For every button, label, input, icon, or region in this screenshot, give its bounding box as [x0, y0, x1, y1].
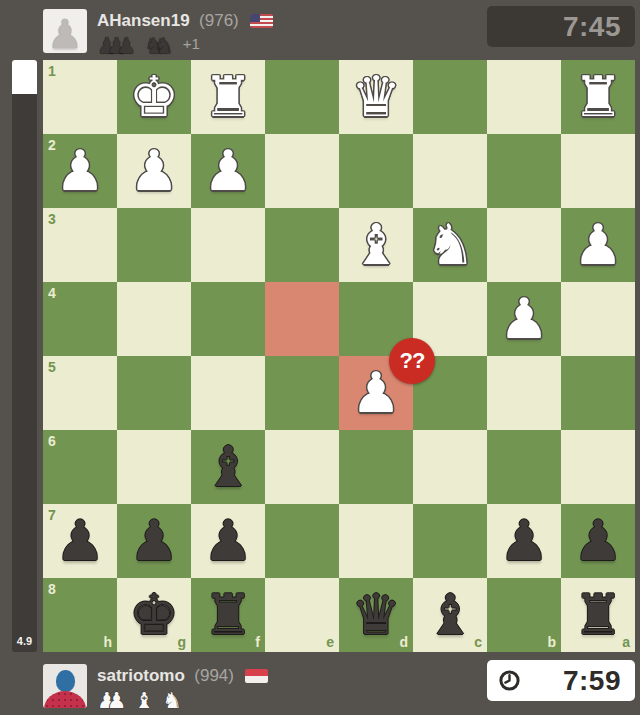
rank-label-7: 7	[48, 507, 56, 523]
rank-label-3: 3	[48, 211, 56, 227]
black-pawn-f7[interactable]: ♟	[191, 504, 265, 578]
captured-knight-group: ♞	[162, 689, 182, 713]
square-e1[interactable]	[265, 60, 339, 134]
black-pawn-g7[interactable]: ♟	[117, 504, 191, 578]
bottom-player-bar: satriotomo (994) ♟♟♝♞ 7:59	[0, 658, 640, 715]
top-player-info: AHansen19 (976) ♟♟♟♞♞+1	[97, 10, 273, 60]
square-h5[interactable]: 5	[43, 356, 117, 430]
square-g4[interactable]	[117, 282, 191, 356]
bottom-player-avatar[interactable]	[43, 664, 87, 708]
square-f7[interactable]: ♟	[191, 504, 265, 578]
square-e3[interactable]	[265, 208, 339, 282]
square-g2[interactable]: ♟	[117, 134, 191, 208]
top-player-avatar[interactable]: ♟	[43, 9, 87, 53]
square-c1[interactable]	[413, 60, 487, 134]
bottom-captured-pieces: ♟♟♝♞	[97, 689, 268, 715]
square-c2[interactable]	[413, 134, 487, 208]
square-f6[interactable]: ♝	[191, 430, 265, 504]
chess-board: 1♚♜♛♜2♟♟♟3♝♞♟4♟5♟6♝7♟♟♟♟♟8hg♚f♜ed♛c♝ba♜?…	[43, 60, 635, 652]
square-b8[interactable]: b	[487, 578, 561, 652]
top-player-bar: ♟ AHansen19 (976) ♟♟♟♞♞+1 7:45	[0, 0, 640, 60]
square-a2[interactable]	[561, 134, 635, 208]
square-f4[interactable]	[191, 282, 265, 356]
captured-knight-icon: ♞	[162, 689, 182, 713]
captured-pawn-group: ♟♟♟	[97, 34, 136, 58]
square-b5[interactable]	[487, 356, 561, 430]
square-h2[interactable]: 2♟	[43, 134, 117, 208]
captured-pawn-icon: ♟	[116, 34, 136, 58]
file-label-c: c	[474, 634, 482, 650]
square-h1[interactable]: 1	[43, 60, 117, 134]
pawn-avatar-icon: ♟	[43, 9, 87, 59]
bottom-player-rating: (994)	[194, 666, 234, 685]
rank-label-6: 6	[48, 433, 56, 449]
material-advantage-label: +1	[183, 35, 200, 52]
file-label-e: e	[326, 634, 334, 650]
black-rook-f8[interactable]: ♜	[191, 578, 265, 652]
file-label-h: h	[103, 634, 112, 650]
file-label-d: d	[399, 634, 408, 650]
square-a5[interactable]	[561, 356, 635, 430]
us-flag-icon	[250, 14, 273, 28]
captured-pawn-group: ♟♟	[97, 689, 126, 713]
captured-bishop-group: ♝	[134, 689, 154, 713]
square-d7[interactable]	[339, 504, 413, 578]
square-a1[interactable]: ♜	[561, 60, 635, 134]
white-pawn-b4[interactable]: ♟	[487, 282, 561, 356]
file-label-b: b	[547, 634, 556, 650]
evaluation-bar: 4.9	[12, 60, 37, 652]
square-h7[interactable]: 7♟	[43, 504, 117, 578]
square-b4[interactable]: ♟	[487, 282, 561, 356]
top-player-clock: 7:45	[487, 6, 635, 47]
square-a8[interactable]: a♜	[561, 578, 635, 652]
square-b2[interactable]	[487, 134, 561, 208]
rank-label-2: 2	[48, 137, 56, 153]
square-e6[interactable]	[265, 430, 339, 504]
rank-label-1: 1	[48, 63, 56, 79]
square-e4[interactable]	[265, 282, 339, 356]
square-a4[interactable]	[561, 282, 635, 356]
square-g8[interactable]: g♚	[117, 578, 191, 652]
square-h8[interactable]: 8h	[43, 578, 117, 652]
square-b3[interactable]	[487, 208, 561, 282]
white-pawn-a3[interactable]: ♟	[561, 208, 635, 282]
captured-knight-group: ♞♞	[144, 34, 173, 58]
bottom-player-clock: 7:59	[487, 660, 635, 701]
white-queen-d1[interactable]: ♛	[339, 60, 413, 134]
square-f3[interactable]	[191, 208, 265, 282]
top-clock-time: 7:45	[563, 11, 621, 42]
square-b1[interactable]	[487, 60, 561, 134]
rank-label-4: 4	[48, 285, 56, 301]
captured-bishop-icon: ♝	[134, 689, 154, 713]
top-captured-pieces: ♟♟♟♞♞+1	[97, 34, 273, 60]
bottom-captured-list: ♟♟♝♞	[97, 694, 190, 711]
square-c7[interactable]	[413, 504, 487, 578]
square-d3[interactable]: ♝	[339, 208, 413, 282]
square-f5[interactable]	[191, 356, 265, 430]
square-g3[interactable]	[117, 208, 191, 282]
blunder-badge: ??	[389, 338, 435, 384]
file-label-f: f	[255, 634, 260, 650]
eval-score-label: 4.9	[12, 635, 37, 647]
square-c6[interactable]	[413, 430, 487, 504]
square-e8[interactable]: e	[265, 578, 339, 652]
bottom-clock-time: 7:59	[563, 665, 621, 696]
square-a6[interactable]	[561, 430, 635, 504]
file-label-g: g	[177, 634, 186, 650]
square-a7[interactable]: ♟	[561, 504, 635, 578]
top-player-rating: (976)	[199, 11, 239, 30]
top-captured-list: ♟♟♟♞♞	[97, 39, 182, 56]
square-f8[interactable]: f♜	[191, 578, 265, 652]
square-b7[interactable]: ♟	[487, 504, 561, 578]
indonesia-flag-icon	[245, 669, 268, 683]
bottom-player-name[interactable]: satriotomo	[97, 666, 185, 685]
square-f2[interactable]: ♟	[191, 134, 265, 208]
square-d1[interactable]: ♛	[339, 60, 413, 134]
white-bishop-d3[interactable]: ♝	[339, 208, 413, 282]
bottom-player-info: satriotomo (994) ♟♟♝♞	[97, 665, 268, 715]
square-g6[interactable]	[117, 430, 191, 504]
captured-knight-icon: ♞	[154, 34, 174, 58]
square-c3[interactable]: ♞	[413, 208, 487, 282]
square-d2[interactable]	[339, 134, 413, 208]
file-label-a: a	[622, 634, 630, 650]
top-player-name[interactable]: AHansen19	[97, 11, 190, 30]
rank-label-8: 8	[48, 581, 56, 597]
white-pawn-f2[interactable]: ♟	[191, 134, 265, 208]
square-g5[interactable]	[117, 356, 191, 430]
square-g1[interactable]: ♚	[117, 60, 191, 134]
square-e5[interactable]	[265, 356, 339, 430]
square-a3[interactable]: ♟	[561, 208, 635, 282]
black-pawn-b7[interactable]: ♟	[487, 504, 561, 578]
white-rook-a1[interactable]: ♜	[561, 60, 635, 134]
square-e2[interactable]	[265, 134, 339, 208]
person-avatar-icon	[56, 670, 75, 692]
clock-icon	[498, 669, 521, 692]
square-h3[interactable]: 3	[43, 208, 117, 282]
captured-pawn-icon: ♟	[107, 689, 127, 713]
chess-game-screen: ♟ AHansen19 (976) ♟♟♟♞♞+1 7:45 4.9 1♚♜♛♜…	[0, 0, 640, 715]
white-pawn-g2[interactable]: ♟	[117, 134, 191, 208]
square-f1[interactable]: ♜	[191, 60, 265, 134]
square-h6[interactable]: 6	[43, 430, 117, 504]
square-d8[interactable]: d♛	[339, 578, 413, 652]
square-c8[interactable]: c♝	[413, 578, 487, 652]
white-rook-f1[interactable]: ♜	[191, 60, 265, 134]
white-king-g1[interactable]: ♚	[117, 60, 191, 134]
square-g7[interactable]: ♟	[117, 504, 191, 578]
square-h4[interactable]: 4	[43, 282, 117, 356]
black-pawn-a7[interactable]: ♟	[561, 504, 635, 578]
black-bishop-f6[interactable]: ♝	[191, 430, 265, 504]
square-e7[interactable]	[265, 504, 339, 578]
white-knight-c3[interactable]: ♞	[413, 208, 487, 282]
square-b6[interactable]	[487, 430, 561, 504]
rank-label-5: 5	[48, 359, 56, 375]
person-avatar-body	[44, 691, 86, 708]
square-d6[interactable]	[339, 430, 413, 504]
eval-white-portion	[12, 60, 37, 94]
